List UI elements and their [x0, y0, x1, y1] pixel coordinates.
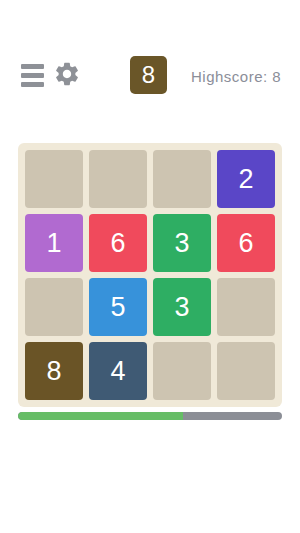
hamburger-menu-button[interactable] [21, 64, 44, 87]
hamburger-menu-icon [21, 64, 44, 69]
cell-r2c2[interactable]: 3 [153, 278, 211, 336]
cell-r0c3[interactable]: 2 [217, 150, 275, 208]
hamburger-menu-icon [21, 73, 44, 78]
cell-r2c0[interactable] [25, 278, 83, 336]
game-screen: { "game": "number-merge puzzle (2048-sty… [0, 0, 300, 533]
cell-r1c1[interactable]: 6 [89, 214, 147, 272]
cell-r2c3[interactable] [217, 278, 275, 336]
gear-icon [53, 60, 81, 88]
cell-r3c2[interactable] [153, 342, 211, 400]
hamburger-menu-icon [21, 82, 44, 87]
cell-r3c3[interactable] [217, 342, 275, 400]
progress-bar-track [18, 412, 282, 420]
settings-button[interactable] [53, 60, 81, 88]
progress-bar-fill [18, 412, 183, 420]
cell-r1c2[interactable]: 3 [153, 214, 211, 272]
cell-r2c1[interactable]: 5 [89, 278, 147, 336]
cell-r1c0[interactable]: 1 [25, 214, 83, 272]
cell-r0c2[interactable] [153, 150, 211, 208]
current-score-tile: 8 [130, 56, 167, 94]
cell-r3c0[interactable]: 8 [25, 342, 83, 400]
cell-r0c1[interactable] [89, 150, 147, 208]
cell-r1c3[interactable]: 6 [217, 214, 275, 272]
cell-r3c1[interactable]: 4 [89, 342, 147, 400]
cell-r0c0[interactable] [25, 150, 83, 208]
highscore-label: Highscore: 8 [191, 68, 281, 85]
game-board[interactable]: 2 1 6 3 6 5 3 8 4 [18, 143, 282, 407]
